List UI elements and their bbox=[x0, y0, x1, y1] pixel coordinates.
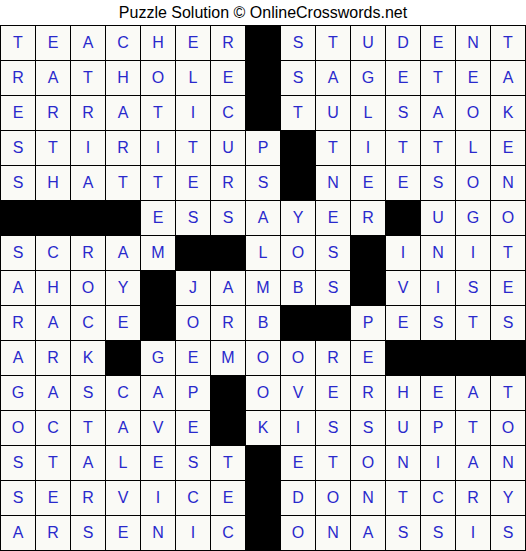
cell-letter: C bbox=[222, 525, 234, 541]
cell-letter: T bbox=[153, 175, 163, 191]
letter-cell: N bbox=[491, 166, 525, 200]
letter-cell: A bbox=[246, 201, 280, 235]
letter-cell: G bbox=[456, 201, 490, 235]
letter-cell: R bbox=[1, 306, 35, 340]
letter-cell: S bbox=[421, 306, 455, 340]
cell-letter: O bbox=[292, 525, 304, 541]
cell-letter: O bbox=[362, 455, 374, 471]
cell-letter: E bbox=[398, 315, 409, 331]
cell-letter: N bbox=[432, 245, 444, 261]
cell-letter: T bbox=[328, 455, 338, 471]
cell-letter: R bbox=[82, 490, 94, 506]
black-cell bbox=[1, 201, 35, 235]
cell-letter: R bbox=[467, 490, 479, 506]
cell-letter: U bbox=[222, 140, 234, 156]
black-cell bbox=[141, 306, 175, 340]
letter-cell: I bbox=[421, 271, 455, 305]
cell-letter: I bbox=[436, 455, 440, 471]
black-cell bbox=[456, 341, 490, 375]
cell-letter: N bbox=[397, 455, 409, 471]
cell-letter: N bbox=[327, 525, 339, 541]
black-cell bbox=[246, 26, 280, 60]
cell-letter: I bbox=[156, 490, 160, 506]
letter-cell: E bbox=[176, 26, 210, 60]
cell-letter: A bbox=[83, 455, 94, 471]
letter-cell: A bbox=[106, 236, 140, 270]
letter-cell: P bbox=[421, 411, 455, 445]
letter-cell: E bbox=[456, 61, 490, 95]
letter-cell: I bbox=[176, 96, 210, 130]
cell-letter: J bbox=[189, 280, 197, 296]
black-cell bbox=[71, 201, 105, 235]
letter-cell: A bbox=[71, 26, 105, 60]
letter-cell: R bbox=[351, 376, 385, 410]
letter-cell: S bbox=[1, 236, 35, 270]
cell-letter: O bbox=[152, 70, 164, 86]
cell-letter: C bbox=[47, 245, 59, 261]
letter-cell: N bbox=[351, 481, 385, 515]
letter-cell: S bbox=[281, 61, 315, 95]
cell-letter: N bbox=[362, 490, 374, 506]
cell-letter: C bbox=[117, 385, 129, 401]
letter-cell: O bbox=[281, 236, 315, 270]
cell-letter: A bbox=[48, 385, 59, 401]
cell-letter: R bbox=[327, 350, 339, 366]
cell-letter: T bbox=[468, 315, 478, 331]
letter-cell: U bbox=[386, 411, 420, 445]
letter-cell: V bbox=[106, 481, 140, 515]
letter-cell: T bbox=[36, 131, 70, 165]
letter-cell: A bbox=[1, 341, 35, 375]
cell-letter: T bbox=[433, 70, 443, 86]
cell-letter: I bbox=[471, 245, 475, 261]
letter-cell: U bbox=[211, 131, 245, 165]
letter-cell: A bbox=[456, 376, 490, 410]
cell-letter: M bbox=[221, 350, 234, 366]
black-cell bbox=[421, 341, 455, 375]
cell-letter: G bbox=[362, 70, 374, 86]
cell-letter: T bbox=[503, 385, 513, 401]
cell-letter: T bbox=[503, 35, 513, 51]
letter-cell: E bbox=[351, 166, 385, 200]
cell-letter: I bbox=[191, 525, 195, 541]
cell-letter: I bbox=[401, 245, 405, 261]
letter-cell: A bbox=[106, 411, 140, 445]
cell-letter: E bbox=[328, 210, 339, 226]
letter-cell: I bbox=[386, 236, 420, 270]
cell-letter: A bbox=[468, 385, 479, 401]
cell-letter: H bbox=[47, 280, 59, 296]
letter-cell: R bbox=[36, 341, 70, 375]
letter-cell: R bbox=[1, 61, 35, 95]
letter-cell: I bbox=[141, 131, 175, 165]
cell-letter: R bbox=[222, 175, 234, 191]
cell-letter: U bbox=[327, 105, 339, 121]
cell-letter: T bbox=[118, 175, 128, 191]
letter-cell: S bbox=[386, 96, 420, 130]
cell-letter: S bbox=[223, 210, 234, 226]
cell-letter: T bbox=[328, 140, 338, 156]
letter-cell: L bbox=[456, 131, 490, 165]
letter-cell: B bbox=[246, 306, 280, 340]
cell-letter: H bbox=[152, 35, 164, 51]
cell-letter: R bbox=[117, 140, 129, 156]
letter-cell: C bbox=[106, 26, 140, 60]
cell-letter: E bbox=[223, 70, 234, 86]
letter-cell: H bbox=[106, 61, 140, 95]
letter-cell: A bbox=[211, 271, 245, 305]
letter-cell: S bbox=[316, 236, 350, 270]
cell-letter: T bbox=[83, 420, 93, 436]
cell-letter: S bbox=[13, 490, 24, 506]
cell-letter: B bbox=[258, 315, 269, 331]
cell-letter: T bbox=[328, 35, 338, 51]
cell-letter: A bbox=[468, 455, 479, 471]
cell-letter: O bbox=[327, 490, 339, 506]
letter-cell: E bbox=[176, 341, 210, 375]
cell-letter: T bbox=[153, 105, 163, 121]
cell-letter: N bbox=[502, 175, 514, 191]
cell-letter: E bbox=[223, 490, 234, 506]
letter-cell: S bbox=[1, 131, 35, 165]
letter-cell: R bbox=[211, 306, 245, 340]
cell-letter: E bbox=[433, 385, 444, 401]
black-cell bbox=[386, 201, 420, 235]
letter-cell: T bbox=[176, 131, 210, 165]
cell-letter: V bbox=[118, 490, 129, 506]
cell-letter: T bbox=[433, 140, 443, 156]
cell-letter: R bbox=[82, 245, 94, 261]
cell-letter: R bbox=[82, 105, 94, 121]
cell-letter: O bbox=[467, 105, 479, 121]
letter-cell: N bbox=[491, 446, 525, 480]
cell-letter: S bbox=[293, 70, 304, 86]
letter-cell: E bbox=[176, 411, 210, 445]
page-title: Puzzle Solution © OnlineCrosswords.net bbox=[0, 0, 526, 25]
letter-cell: I bbox=[456, 516, 490, 550]
letter-cell: O bbox=[351, 446, 385, 480]
letter-cell: O bbox=[456, 166, 490, 200]
cell-letter: E bbox=[118, 525, 129, 541]
cell-letter: S bbox=[503, 525, 514, 541]
letter-cell: S bbox=[421, 516, 455, 550]
cell-letter: S bbox=[398, 525, 409, 541]
black-cell bbox=[281, 306, 315, 340]
black-cell bbox=[246, 481, 280, 515]
cell-letter: P bbox=[433, 420, 444, 436]
black-cell bbox=[281, 166, 315, 200]
cell-letter: G bbox=[467, 210, 479, 226]
letter-cell: T bbox=[491, 376, 525, 410]
letter-cell: R bbox=[71, 96, 105, 130]
cell-letter: E bbox=[468, 70, 479, 86]
cell-letter: T bbox=[398, 490, 408, 506]
cell-letter: T bbox=[398, 140, 408, 156]
cell-letter: S bbox=[13, 245, 24, 261]
letter-cell: U bbox=[351, 26, 385, 60]
cell-letter: E bbox=[188, 420, 199, 436]
black-cell bbox=[246, 446, 280, 480]
cell-letter: U bbox=[432, 210, 444, 226]
letter-cell: O bbox=[246, 341, 280, 375]
cell-letter: S bbox=[258, 175, 269, 191]
cell-letter: C bbox=[82, 315, 94, 331]
cell-letter: I bbox=[366, 140, 370, 156]
cell-letter: T bbox=[13, 35, 23, 51]
cell-letter: E bbox=[398, 175, 409, 191]
letter-cell: C bbox=[211, 96, 245, 130]
cell-letter: D bbox=[397, 35, 409, 51]
black-cell bbox=[36, 201, 70, 235]
cell-letter: A bbox=[13, 350, 24, 366]
cell-letter: D bbox=[292, 490, 304, 506]
cell-letter: L bbox=[189, 70, 198, 86]
cell-letter: A bbox=[153, 385, 164, 401]
letter-cell: G bbox=[351, 61, 385, 95]
letter-cell: S bbox=[71, 516, 105, 550]
letter-cell: S bbox=[1, 166, 35, 200]
letter-cell: L bbox=[176, 61, 210, 95]
cell-letter: R bbox=[222, 315, 234, 331]
cell-letter: O bbox=[292, 245, 304, 261]
letter-cell: Y bbox=[491, 481, 525, 515]
letter-cell: C bbox=[421, 481, 455, 515]
cell-letter: B bbox=[293, 280, 304, 296]
letter-cell: C bbox=[211, 516, 245, 550]
cell-letter: I bbox=[86, 140, 90, 156]
cell-letter: R bbox=[222, 35, 234, 51]
cell-letter: H bbox=[117, 70, 129, 86]
letter-cell: E bbox=[36, 26, 70, 60]
cell-letter: C bbox=[432, 490, 444, 506]
cell-letter: H bbox=[47, 175, 59, 191]
letter-cell: E bbox=[491, 131, 525, 165]
black-cell bbox=[246, 61, 280, 95]
letter-cell: R bbox=[71, 481, 105, 515]
letter-cell: R bbox=[316, 341, 350, 375]
letter-cell: T bbox=[421, 61, 455, 95]
cell-letter: K bbox=[258, 420, 269, 436]
black-cell bbox=[281, 131, 315, 165]
cell-letter: O bbox=[82, 280, 94, 296]
cell-letter: I bbox=[436, 280, 440, 296]
letter-cell: T bbox=[211, 446, 245, 480]
cell-letter: R bbox=[12, 70, 24, 86]
letter-cell: E bbox=[106, 306, 140, 340]
letter-cell: L bbox=[246, 236, 280, 270]
letter-cell: A bbox=[1, 271, 35, 305]
letter-cell: N bbox=[456, 26, 490, 60]
letter-cell: E bbox=[421, 376, 455, 410]
letter-cell: R bbox=[351, 201, 385, 235]
letter-cell: I bbox=[351, 131, 385, 165]
cell-letter: L bbox=[119, 455, 128, 471]
letter-cell: E bbox=[351, 341, 385, 375]
letter-cell: O bbox=[246, 376, 280, 410]
black-cell bbox=[141, 271, 175, 305]
cell-letter: E bbox=[48, 35, 59, 51]
cell-letter: R bbox=[47, 105, 59, 121]
letter-cell: O bbox=[141, 61, 175, 95]
letter-cell: V bbox=[281, 376, 315, 410]
cell-letter: A bbox=[223, 280, 234, 296]
cell-letter: O bbox=[502, 210, 514, 226]
letter-cell: K bbox=[246, 411, 280, 445]
letter-cell: E bbox=[386, 61, 420, 95]
cell-letter: L bbox=[364, 105, 373, 121]
letter-cell: S bbox=[491, 516, 525, 550]
letter-cell: E bbox=[211, 481, 245, 515]
cell-letter: S bbox=[13, 455, 24, 471]
black-cell bbox=[246, 96, 280, 130]
letter-cell: E bbox=[176, 166, 210, 200]
cell-letter: K bbox=[503, 105, 514, 121]
cell-letter: S bbox=[503, 315, 514, 331]
letter-cell: A bbox=[141, 376, 175, 410]
letter-cell: R bbox=[211, 166, 245, 200]
letter-cell: P bbox=[246, 131, 280, 165]
cell-letter: O bbox=[12, 420, 24, 436]
letter-cell: U bbox=[421, 201, 455, 235]
cell-letter: E bbox=[153, 210, 164, 226]
cell-letter: S bbox=[328, 280, 339, 296]
cell-letter: T bbox=[48, 455, 58, 471]
letter-cell: C bbox=[36, 411, 70, 445]
cell-letter: P bbox=[188, 385, 199, 401]
letter-cell: M bbox=[211, 341, 245, 375]
cell-letter: A bbox=[83, 175, 94, 191]
letter-cell: R bbox=[36, 516, 70, 550]
cell-letter: S bbox=[433, 175, 444, 191]
cell-letter: U bbox=[362, 35, 374, 51]
letter-cell: V bbox=[386, 271, 420, 305]
cell-letter: A bbox=[328, 70, 339, 86]
cell-letter: S bbox=[328, 420, 339, 436]
cell-letter: E bbox=[48, 490, 59, 506]
cell-letter: S bbox=[398, 105, 409, 121]
black-cell bbox=[106, 341, 140, 375]
black-cell bbox=[386, 341, 420, 375]
letter-cell: D bbox=[386, 26, 420, 60]
letter-cell: T bbox=[316, 131, 350, 165]
letter-cell: E bbox=[386, 166, 420, 200]
cell-letter: R bbox=[47, 525, 59, 541]
cell-letter: E bbox=[118, 315, 129, 331]
letter-cell: E bbox=[386, 306, 420, 340]
letter-cell: C bbox=[71, 306, 105, 340]
letter-cell: T bbox=[71, 61, 105, 95]
cell-letter: E bbox=[363, 175, 374, 191]
letter-cell: Y bbox=[281, 201, 315, 235]
letter-cell: N bbox=[386, 446, 420, 480]
cell-letter: I bbox=[156, 140, 160, 156]
letter-cell: M bbox=[141, 236, 175, 270]
cell-letter: A bbox=[118, 105, 129, 121]
letter-cell: A bbox=[36, 61, 70, 95]
cell-letter: L bbox=[469, 140, 478, 156]
cell-letter: A bbox=[433, 105, 444, 121]
cell-letter: N bbox=[467, 35, 479, 51]
cell-letter: A bbox=[83, 35, 94, 51]
letter-cell: B bbox=[281, 271, 315, 305]
letter-cell: I bbox=[421, 446, 455, 480]
cell-letter: V bbox=[398, 280, 409, 296]
cell-letter: E bbox=[398, 70, 409, 86]
cell-letter: C bbox=[117, 35, 129, 51]
letter-cell: A bbox=[421, 96, 455, 130]
cell-letter: A bbox=[503, 70, 514, 86]
letter-cell: A bbox=[36, 376, 70, 410]
cell-letter: S bbox=[468, 280, 479, 296]
letter-cell: S bbox=[456, 271, 490, 305]
cell-letter: T bbox=[83, 70, 93, 86]
letter-cell: S bbox=[176, 446, 210, 480]
letter-cell: S bbox=[491, 306, 525, 340]
letter-cell: L bbox=[106, 446, 140, 480]
cell-letter: I bbox=[471, 525, 475, 541]
cell-letter: T bbox=[503, 245, 513, 261]
cell-letter: A bbox=[118, 245, 129, 261]
cell-letter: M bbox=[256, 280, 269, 296]
cell-letter: I bbox=[191, 105, 195, 121]
letter-cell: I bbox=[176, 516, 210, 550]
letter-cell: T bbox=[36, 446, 70, 480]
letter-cell: N bbox=[421, 236, 455, 270]
letter-cell: T bbox=[1, 26, 35, 60]
letter-cell: E bbox=[141, 446, 175, 480]
letter-cell: A bbox=[316, 61, 350, 95]
letter-cell: I bbox=[71, 131, 105, 165]
black-cell bbox=[246, 516, 280, 550]
letter-cell: E bbox=[141, 201, 175, 235]
cell-letter: S bbox=[293, 35, 304, 51]
letter-cell: C bbox=[36, 236, 70, 270]
letter-cell: O bbox=[456, 96, 490, 130]
letter-cell: K bbox=[491, 96, 525, 130]
letter-cell: A bbox=[456, 446, 490, 480]
letter-cell: U bbox=[316, 96, 350, 130]
letter-cell: R bbox=[456, 481, 490, 515]
letter-cell: S bbox=[316, 411, 350, 445]
letter-cell: T bbox=[456, 411, 490, 445]
cell-letter: V bbox=[293, 385, 304, 401]
cell-letter: C bbox=[187, 490, 199, 506]
letter-cell: E bbox=[491, 271, 525, 305]
letter-cell: I bbox=[456, 236, 490, 270]
letter-cell: J bbox=[176, 271, 210, 305]
letter-cell: A bbox=[106, 96, 140, 130]
letter-cell: R bbox=[71, 236, 105, 270]
letter-cell: R bbox=[106, 131, 140, 165]
letter-cell: H bbox=[36, 271, 70, 305]
cell-letter: E bbox=[293, 455, 304, 471]
cell-letter: U bbox=[397, 420, 409, 436]
cell-letter: L bbox=[259, 245, 268, 261]
black-cell bbox=[176, 236, 210, 270]
letter-cell: N bbox=[141, 516, 175, 550]
cell-letter: O bbox=[257, 350, 269, 366]
cell-letter: O bbox=[257, 385, 269, 401]
black-cell bbox=[211, 376, 245, 410]
letter-cell: R bbox=[211, 26, 245, 60]
cell-letter: O bbox=[187, 315, 199, 331]
letter-cell: A bbox=[1, 516, 35, 550]
letter-cell: E bbox=[421, 26, 455, 60]
letter-cell: I bbox=[281, 411, 315, 445]
cell-letter: Y bbox=[503, 490, 514, 506]
cell-letter: A bbox=[363, 525, 374, 541]
cell-letter: K bbox=[83, 350, 94, 366]
